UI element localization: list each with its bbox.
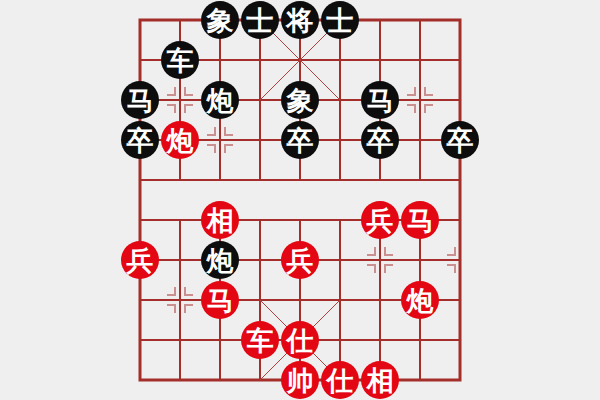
piece-red-soldier[interactable]: 兵: [281, 241, 319, 279]
piece-black-elephant[interactable]: 象: [201, 1, 239, 39]
piece-red-elephant[interactable]: 相: [361, 361, 399, 399]
piece-black-cannon[interactable]: 炮: [201, 81, 239, 119]
piece-red-horse[interactable]: 马: [401, 201, 439, 239]
piece-black-soldier[interactable]: 卒: [441, 121, 479, 159]
piece-black-chariot[interactable]: 车: [161, 41, 199, 79]
piece-black-soldier[interactable]: 卒: [121, 121, 159, 159]
piece-black-soldier[interactable]: 卒: [361, 121, 399, 159]
piece-red-horse[interactable]: 马: [201, 281, 239, 319]
piece-black-horse[interactable]: 马: [361, 81, 399, 119]
piece-black-advisor[interactable]: 士: [241, 1, 279, 39]
xiangqi-board[interactable]: 象士将士车马炮象马卒炮卒卒卒相兵马兵炮兵马炮车仕帅仕相: [120, 0, 480, 400]
piece-red-cannon[interactable]: 炮: [401, 281, 439, 319]
piece-black-general[interactable]: 将: [281, 1, 319, 39]
piece-black-elephant[interactable]: 象: [281, 81, 319, 119]
piece-red-advisor[interactable]: 仕: [281, 321, 319, 359]
piece-black-cannon[interactable]: 炮: [201, 241, 239, 279]
xiangqi-app: 象士将士车马炮象马卒炮卒卒卒相兵马兵炮兵马炮车仕帅仕相: [0, 0, 600, 400]
piece-red-soldier[interactable]: 兵: [121, 241, 159, 279]
piece-black-soldier[interactable]: 卒: [281, 121, 319, 159]
piece-red-cannon[interactable]: 炮: [161, 121, 199, 159]
piece-red-soldier[interactable]: 兵: [361, 201, 399, 239]
piece-red-general[interactable]: 帅: [281, 361, 319, 399]
piece-black-advisor[interactable]: 士: [321, 1, 359, 39]
piece-red-elephant[interactable]: 相: [201, 201, 239, 239]
piece-red-advisor[interactable]: 仕: [321, 361, 359, 399]
piece-red-chariot[interactable]: 车: [241, 321, 279, 359]
pieces-layer: 象士将士车马炮象马卒炮卒卒卒相兵马兵炮兵马炮车仕帅仕相: [120, 0, 480, 400]
piece-black-horse[interactable]: 马: [121, 81, 159, 119]
